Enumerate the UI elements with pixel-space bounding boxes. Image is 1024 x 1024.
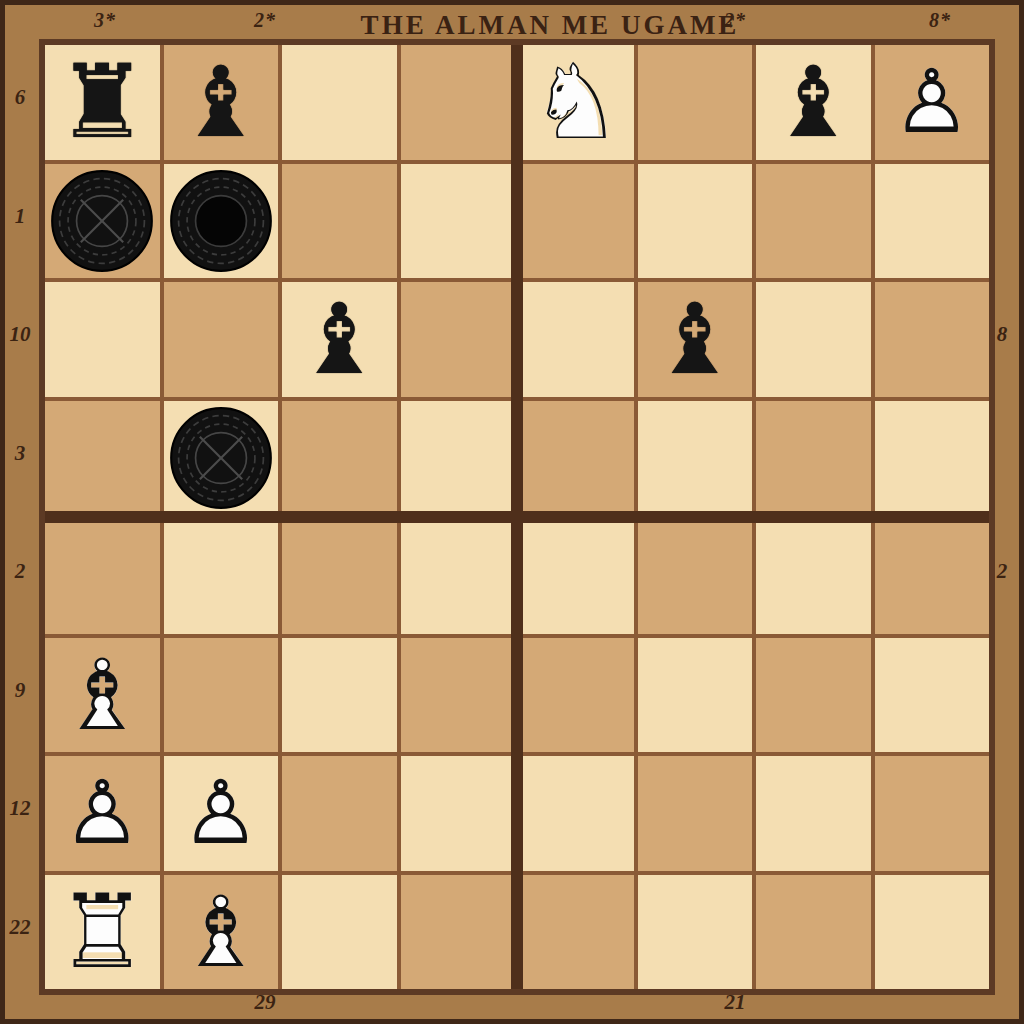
square-r5c2[interactable] [164, 519, 279, 634]
square-r1c2[interactable]: ♝ [164, 45, 279, 160]
coord-label: 6 [15, 85, 26, 110]
coord-label: 3* [94, 9, 116, 32]
square-r5c7[interactable] [756, 519, 871, 634]
square-r4c2[interactable] [164, 401, 279, 516]
square-r6c7[interactable] [756, 638, 871, 753]
coord-label: 2 [15, 559, 26, 584]
square-r2c1[interactable] [45, 164, 160, 279]
square-r7c4[interactable] [401, 756, 516, 871]
square-r2c3[interactable] [282, 164, 397, 279]
board-game-screenshot: THE ALMAN ME UGAME ♜♝♞♘♝♟♙♝♝♝♗♟♙♟♙♜♖♝♗ 3… [0, 0, 1024, 1024]
square-r4c7[interactable] [756, 401, 871, 516]
square-r2c8[interactable] [875, 164, 990, 279]
square-r5c6[interactable] [638, 519, 753, 634]
black-checker-x-piece[interactable] [45, 164, 160, 279]
black-bishop-piece[interactable]: ♝ [282, 282, 397, 397]
square-r4c6[interactable] [638, 401, 753, 516]
black-bishop-piece[interactable]: ♝ [756, 45, 871, 160]
square-r2c4[interactable] [401, 164, 516, 279]
square-r6c3[interactable] [282, 638, 397, 753]
square-r6c4[interactable] [401, 638, 516, 753]
square-r7c1[interactable]: ♟♙ [45, 756, 160, 871]
horizontal-quadrant-divider [45, 511, 989, 523]
white-bishop-piece[interactable]: ♝♗ [45, 638, 160, 753]
black-rook-piece[interactable]: ♜ [45, 45, 160, 160]
square-r7c3[interactable] [282, 756, 397, 871]
square-r6c1[interactable]: ♝♗ [45, 638, 160, 753]
coord-label: 29 [255, 990, 276, 1015]
square-r6c2[interactable] [164, 638, 279, 753]
white-rook-piece[interactable]: ♜♖ [45, 875, 160, 990]
square-r1c4[interactable] [401, 45, 516, 160]
square-r8c7[interactable] [756, 875, 871, 990]
square-r3c5[interactable] [519, 282, 634, 397]
coord-label: 21 [725, 990, 746, 1015]
coord-label: 8* [929, 9, 951, 32]
square-r3c8[interactable] [875, 282, 990, 397]
square-r5c5[interactable] [519, 519, 634, 634]
black-bishop-piece[interactable]: ♝ [638, 282, 753, 397]
square-r3c6[interactable]: ♝ [638, 282, 753, 397]
square-r1c7[interactable]: ♝ [756, 45, 871, 160]
board-title: THE ALMAN ME UGAME [361, 10, 740, 41]
square-r4c5[interactable] [519, 401, 634, 516]
coord-label: 2* [724, 9, 746, 32]
square-r3c1[interactable] [45, 282, 160, 397]
coord-label: 22 [10, 914, 31, 939]
square-r3c2[interactable] [164, 282, 279, 397]
coord-label: 2 [997, 559, 1008, 584]
white-pawn-piece[interactable]: ♟♙ [875, 45, 990, 160]
square-r8c1[interactable]: ♜♖ [45, 875, 160, 990]
black-checker-piece[interactable] [164, 164, 279, 279]
square-r6c8[interactable] [875, 638, 990, 753]
square-r8c8[interactable] [875, 875, 990, 990]
square-r4c3[interactable] [282, 401, 397, 516]
square-r2c2[interactable] [164, 164, 279, 279]
square-r7c2[interactable]: ♟♙ [164, 756, 279, 871]
white-bishop-piece[interactable]: ♝♗ [164, 875, 279, 990]
square-r1c8[interactable]: ♟♙ [875, 45, 990, 160]
square-r2c5[interactable] [519, 164, 634, 279]
square-r8c5[interactable] [519, 875, 634, 990]
coord-label: 2* [254, 9, 276, 32]
square-r7c5[interactable] [519, 756, 634, 871]
coord-label: 1 [15, 203, 26, 228]
square-r5c4[interactable] [401, 519, 516, 634]
square-r8c4[interactable] [401, 875, 516, 990]
square-r1c1[interactable]: ♜ [45, 45, 160, 160]
black-checker-x-piece[interactable] [164, 401, 279, 516]
coord-label: 9 [15, 677, 26, 702]
square-r5c3[interactable] [282, 519, 397, 634]
square-r1c6[interactable] [638, 45, 753, 160]
square-r8c6[interactable] [638, 875, 753, 990]
coord-label: 8 [997, 322, 1008, 347]
square-r8c3[interactable] [282, 875, 397, 990]
coord-label: 10 [10, 322, 31, 347]
square-r1c3[interactable] [282, 45, 397, 160]
square-r1c5[interactable]: ♞♘ [519, 45, 634, 160]
coord-label: 12 [10, 796, 31, 821]
board-frame: THE ALMAN ME UGAME ♜♝♞♘♝♟♙♝♝♝♗♟♙♟♙♜♖♝♗ 3… [5, 5, 1019, 1019]
square-r6c6[interactable] [638, 638, 753, 753]
square-r4c8[interactable] [875, 401, 990, 516]
white-knight-piece[interactable]: ♞♘ [519, 45, 634, 160]
square-r5c8[interactable] [875, 519, 990, 634]
square-r4c4[interactable] [401, 401, 516, 516]
square-r7c7[interactable] [756, 756, 871, 871]
black-bishop-piece[interactable]: ♝ [164, 45, 279, 160]
square-r3c7[interactable] [756, 282, 871, 397]
square-r2c6[interactable] [638, 164, 753, 279]
square-r3c3[interactable]: ♝ [282, 282, 397, 397]
square-r2c7[interactable] [756, 164, 871, 279]
white-pawn-piece[interactable]: ♟♙ [45, 756, 160, 871]
square-r8c2[interactable]: ♝♗ [164, 875, 279, 990]
square-r6c5[interactable] [519, 638, 634, 753]
white-pawn-piece[interactable]: ♟♙ [164, 756, 279, 871]
square-r4c1[interactable] [45, 401, 160, 516]
square-r7c8[interactable] [875, 756, 990, 871]
square-r3c4[interactable] [401, 282, 516, 397]
square-r5c1[interactable] [45, 519, 160, 634]
coord-label: 3 [15, 440, 26, 465]
square-r7c6[interactable] [638, 756, 753, 871]
